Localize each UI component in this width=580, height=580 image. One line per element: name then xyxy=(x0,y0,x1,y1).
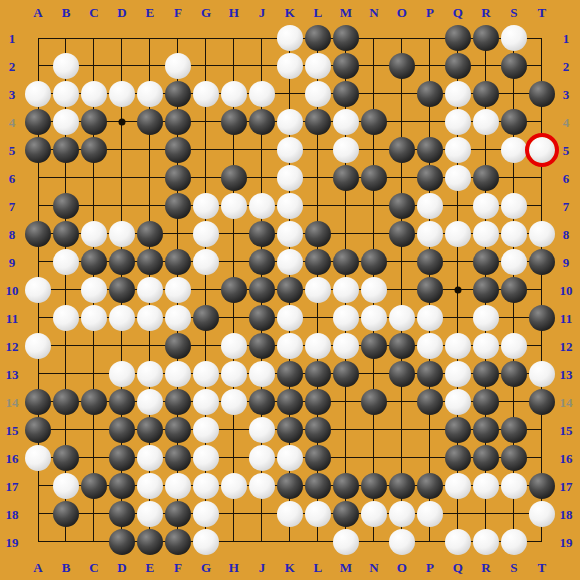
intersection-S10[interactable] xyxy=(500,276,528,304)
intersection-M8[interactable] xyxy=(332,220,360,248)
intersection-B17[interactable] xyxy=(52,472,80,500)
intersection-P12[interactable] xyxy=(416,332,444,360)
intersection-M18[interactable] xyxy=(332,500,360,528)
intersection-O1[interactable] xyxy=(388,24,416,52)
intersection-G17[interactable] xyxy=(192,472,220,500)
intersection-P10[interactable] xyxy=(416,276,444,304)
intersection-B9[interactable] xyxy=(52,248,80,276)
intersection-D3[interactable] xyxy=(108,80,136,108)
intersection-T9[interactable] xyxy=(528,248,556,276)
intersection-D2[interactable] xyxy=(108,52,136,80)
intersection-F9[interactable] xyxy=(164,248,192,276)
intersection-K8[interactable] xyxy=(276,220,304,248)
intersection-Q17[interactable] xyxy=(444,472,472,500)
intersection-C5[interactable] xyxy=(80,136,108,164)
intersection-G13[interactable] xyxy=(192,360,220,388)
intersection-G7[interactable] xyxy=(192,192,220,220)
intersection-S12[interactable] xyxy=(500,332,528,360)
intersection-B16[interactable] xyxy=(52,444,80,472)
intersection-K10[interactable] xyxy=(276,276,304,304)
intersection-B6[interactable] xyxy=(52,164,80,192)
intersection-K18[interactable] xyxy=(276,500,304,528)
intersection-S18[interactable] xyxy=(500,500,528,528)
intersection-Q3[interactable] xyxy=(444,80,472,108)
intersection-R18[interactable] xyxy=(472,500,500,528)
intersection-F4[interactable] xyxy=(164,108,192,136)
intersection-R4[interactable] xyxy=(472,108,500,136)
intersection-E11[interactable] xyxy=(136,304,164,332)
intersection-E10[interactable] xyxy=(136,276,164,304)
intersection-Q7[interactable] xyxy=(444,192,472,220)
intersection-T2[interactable] xyxy=(528,52,556,80)
intersection-N4[interactable] xyxy=(360,108,388,136)
intersection-D5[interactable] xyxy=(108,136,136,164)
intersection-A3[interactable] xyxy=(24,80,52,108)
intersection-B13[interactable] xyxy=(52,360,80,388)
intersection-N11[interactable] xyxy=(360,304,388,332)
intersection-A15[interactable] xyxy=(24,416,52,444)
intersection-G8[interactable] xyxy=(192,220,220,248)
intersection-N6[interactable] xyxy=(360,164,388,192)
intersection-P18[interactable] xyxy=(416,500,444,528)
intersection-Q11[interactable] xyxy=(444,304,472,332)
intersection-L11[interactable] xyxy=(304,304,332,332)
intersection-B10[interactable] xyxy=(52,276,80,304)
intersection-J6[interactable] xyxy=(248,164,276,192)
intersection-D6[interactable] xyxy=(108,164,136,192)
intersection-N1[interactable] xyxy=(360,24,388,52)
intersection-M15[interactable] xyxy=(332,416,360,444)
intersection-H11[interactable] xyxy=(220,304,248,332)
intersection-N10[interactable] xyxy=(360,276,388,304)
intersection-D16[interactable] xyxy=(108,444,136,472)
intersection-O3[interactable] xyxy=(388,80,416,108)
intersection-L13[interactable] xyxy=(304,360,332,388)
intersection-D7[interactable] xyxy=(108,192,136,220)
intersection-N17[interactable] xyxy=(360,472,388,500)
intersection-F14[interactable] xyxy=(164,388,192,416)
intersection-K2[interactable] xyxy=(276,52,304,80)
intersection-G16[interactable] xyxy=(192,444,220,472)
intersection-R16[interactable] xyxy=(472,444,500,472)
intersection-G14[interactable] xyxy=(192,388,220,416)
intersection-H18[interactable] xyxy=(220,500,248,528)
intersection-H5[interactable] xyxy=(220,136,248,164)
intersection-J1[interactable] xyxy=(248,24,276,52)
intersection-G12[interactable] xyxy=(192,332,220,360)
intersection-N2[interactable] xyxy=(360,52,388,80)
intersection-Q12[interactable] xyxy=(444,332,472,360)
intersection-M19[interactable] xyxy=(332,528,360,556)
intersection-G19[interactable] xyxy=(192,528,220,556)
intersection-O2[interactable] xyxy=(388,52,416,80)
intersection-R15[interactable] xyxy=(472,416,500,444)
intersection-C10[interactable] xyxy=(80,276,108,304)
intersection-L10[interactable] xyxy=(304,276,332,304)
intersection-J4[interactable] xyxy=(248,108,276,136)
intersection-C12[interactable] xyxy=(80,332,108,360)
intersection-H19[interactable] xyxy=(220,528,248,556)
intersection-N7[interactable] xyxy=(360,192,388,220)
intersection-O15[interactable] xyxy=(388,416,416,444)
intersection-H4[interactable] xyxy=(220,108,248,136)
intersection-R19[interactable] xyxy=(472,528,500,556)
intersection-M16[interactable] xyxy=(332,444,360,472)
intersection-E12[interactable] xyxy=(136,332,164,360)
intersection-F13[interactable] xyxy=(164,360,192,388)
intersection-B12[interactable] xyxy=(52,332,80,360)
intersection-P2[interactable] xyxy=(416,52,444,80)
intersection-C11[interactable] xyxy=(80,304,108,332)
intersection-T16[interactable] xyxy=(528,444,556,472)
intersection-D17[interactable] xyxy=(108,472,136,500)
intersection-A18[interactable] xyxy=(24,500,52,528)
intersection-H10[interactable] xyxy=(220,276,248,304)
intersection-R10[interactable] xyxy=(472,276,500,304)
intersection-Q19[interactable] xyxy=(444,528,472,556)
intersection-E19[interactable] xyxy=(136,528,164,556)
intersection-H14[interactable] xyxy=(220,388,248,416)
intersection-S7[interactable] xyxy=(500,192,528,220)
intersection-R14[interactable] xyxy=(472,388,500,416)
intersection-B8[interactable] xyxy=(52,220,80,248)
intersection-B1[interactable] xyxy=(52,24,80,52)
intersection-E6[interactable] xyxy=(136,164,164,192)
intersection-L3[interactable] xyxy=(304,80,332,108)
intersection-K19[interactable] xyxy=(276,528,304,556)
intersection-E2[interactable] xyxy=(136,52,164,80)
intersection-A2[interactable] xyxy=(24,52,52,80)
intersection-O12[interactable] xyxy=(388,332,416,360)
intersection-S15[interactable] xyxy=(500,416,528,444)
intersection-K5[interactable] xyxy=(276,136,304,164)
intersection-H7[interactable] xyxy=(220,192,248,220)
intersection-S17[interactable] xyxy=(500,472,528,500)
intersection-O10[interactable] xyxy=(388,276,416,304)
intersection-B3[interactable] xyxy=(52,80,80,108)
intersection-G18[interactable] xyxy=(192,500,220,528)
intersection-J15[interactable] xyxy=(248,416,276,444)
intersection-F10[interactable] xyxy=(164,276,192,304)
intersection-M3[interactable] xyxy=(332,80,360,108)
intersection-O17[interactable] xyxy=(388,472,416,500)
intersection-R3[interactable] xyxy=(472,80,500,108)
intersection-A4[interactable] xyxy=(24,108,52,136)
intersection-M4[interactable] xyxy=(332,108,360,136)
intersection-O5[interactable] xyxy=(388,136,416,164)
intersection-P15[interactable] xyxy=(416,416,444,444)
intersection-T7[interactable] xyxy=(528,192,556,220)
intersection-K13[interactable] xyxy=(276,360,304,388)
intersection-N13[interactable] xyxy=(360,360,388,388)
intersection-J7[interactable] xyxy=(248,192,276,220)
intersection-S6[interactable] xyxy=(500,164,528,192)
intersection-L6[interactable] xyxy=(304,164,332,192)
intersection-G15[interactable] xyxy=(192,416,220,444)
intersection-M1[interactable] xyxy=(332,24,360,52)
intersection-S13[interactable] xyxy=(500,360,528,388)
intersection-T1[interactable] xyxy=(528,24,556,52)
intersection-S9[interactable] xyxy=(500,248,528,276)
intersection-A6[interactable] xyxy=(24,164,52,192)
intersection-C1[interactable] xyxy=(80,24,108,52)
intersection-K6[interactable] xyxy=(276,164,304,192)
intersection-A14[interactable] xyxy=(24,388,52,416)
intersection-P19[interactable] xyxy=(416,528,444,556)
intersection-N14[interactable] xyxy=(360,388,388,416)
intersection-O13[interactable] xyxy=(388,360,416,388)
intersection-A1[interactable] xyxy=(24,24,52,52)
intersection-S8[interactable] xyxy=(500,220,528,248)
intersection-N9[interactable] xyxy=(360,248,388,276)
intersection-L8[interactable] xyxy=(304,220,332,248)
intersection-H16[interactable] xyxy=(220,444,248,472)
intersection-S5[interactable] xyxy=(500,136,528,164)
intersection-F1[interactable] xyxy=(164,24,192,52)
intersection-B4[interactable] xyxy=(52,108,80,136)
intersection-Q15[interactable] xyxy=(444,416,472,444)
intersection-J13[interactable] xyxy=(248,360,276,388)
intersection-A19[interactable] xyxy=(24,528,52,556)
intersection-K3[interactable] xyxy=(276,80,304,108)
intersection-C8[interactable] xyxy=(80,220,108,248)
intersection-J11[interactable] xyxy=(248,304,276,332)
intersection-A8[interactable] xyxy=(24,220,52,248)
intersection-S19[interactable] xyxy=(500,528,528,556)
intersection-F16[interactable] xyxy=(164,444,192,472)
intersection-M17[interactable] xyxy=(332,472,360,500)
intersection-T12[interactable] xyxy=(528,332,556,360)
intersection-P16[interactable] xyxy=(416,444,444,472)
intersection-T4[interactable] xyxy=(528,108,556,136)
intersection-G9[interactable] xyxy=(192,248,220,276)
intersection-E1[interactable] xyxy=(136,24,164,52)
intersection-K12[interactable] xyxy=(276,332,304,360)
intersection-Q16[interactable] xyxy=(444,444,472,472)
intersection-M9[interactable] xyxy=(332,248,360,276)
intersection-O4[interactable] xyxy=(388,108,416,136)
intersection-T15[interactable] xyxy=(528,416,556,444)
intersection-D19[interactable] xyxy=(108,528,136,556)
intersection-B11[interactable] xyxy=(52,304,80,332)
intersection-O11[interactable] xyxy=(388,304,416,332)
intersection-O8[interactable] xyxy=(388,220,416,248)
intersection-R12[interactable] xyxy=(472,332,500,360)
intersection-O18[interactable] xyxy=(388,500,416,528)
intersection-C7[interactable] xyxy=(80,192,108,220)
intersection-A17[interactable] xyxy=(24,472,52,500)
intersection-N5[interactable] xyxy=(360,136,388,164)
intersection-P17[interactable] xyxy=(416,472,444,500)
intersection-A16[interactable] xyxy=(24,444,52,472)
intersection-B18[interactable] xyxy=(52,500,80,528)
intersection-N3[interactable] xyxy=(360,80,388,108)
intersection-B2[interactable] xyxy=(52,52,80,80)
intersection-P6[interactable] xyxy=(416,164,444,192)
intersection-J18[interactable] xyxy=(248,500,276,528)
intersection-P8[interactable] xyxy=(416,220,444,248)
intersection-K11[interactable] xyxy=(276,304,304,332)
intersection-D4[interactable] xyxy=(108,108,136,136)
intersection-S2[interactable] xyxy=(500,52,528,80)
intersection-E15[interactable] xyxy=(136,416,164,444)
intersection-A12[interactable] xyxy=(24,332,52,360)
intersection-E7[interactable] xyxy=(136,192,164,220)
intersection-C19[interactable] xyxy=(80,528,108,556)
intersection-P3[interactable] xyxy=(416,80,444,108)
intersection-F3[interactable] xyxy=(164,80,192,108)
intersection-P11[interactable] xyxy=(416,304,444,332)
intersection-T14[interactable] xyxy=(528,388,556,416)
intersection-G4[interactable] xyxy=(192,108,220,136)
intersection-L9[interactable] xyxy=(304,248,332,276)
intersection-K16[interactable] xyxy=(276,444,304,472)
intersection-L4[interactable] xyxy=(304,108,332,136)
intersection-D8[interactable] xyxy=(108,220,136,248)
intersection-B15[interactable] xyxy=(52,416,80,444)
intersection-T5[interactable] xyxy=(528,136,556,164)
intersection-E14[interactable] xyxy=(136,388,164,416)
intersection-D9[interactable] xyxy=(108,248,136,276)
intersection-K1[interactable] xyxy=(276,24,304,52)
intersection-M11[interactable] xyxy=(332,304,360,332)
intersection-C4[interactable] xyxy=(80,108,108,136)
intersection-P7[interactable] xyxy=(416,192,444,220)
intersection-G10[interactable] xyxy=(192,276,220,304)
intersection-Q13[interactable] xyxy=(444,360,472,388)
intersection-N19[interactable] xyxy=(360,528,388,556)
intersection-R11[interactable] xyxy=(472,304,500,332)
intersection-H15[interactable] xyxy=(220,416,248,444)
intersection-K15[interactable] xyxy=(276,416,304,444)
intersection-Q5[interactable] xyxy=(444,136,472,164)
intersection-T11[interactable] xyxy=(528,304,556,332)
intersection-G2[interactable] xyxy=(192,52,220,80)
intersection-C15[interactable] xyxy=(80,416,108,444)
intersection-M14[interactable] xyxy=(332,388,360,416)
intersection-T18[interactable] xyxy=(528,500,556,528)
intersection-R2[interactable] xyxy=(472,52,500,80)
intersection-Q18[interactable] xyxy=(444,500,472,528)
intersection-F2[interactable] xyxy=(164,52,192,80)
intersection-D13[interactable] xyxy=(108,360,136,388)
intersection-G5[interactable] xyxy=(192,136,220,164)
intersection-M5[interactable] xyxy=(332,136,360,164)
intersection-H13[interactable] xyxy=(220,360,248,388)
intersection-E5[interactable] xyxy=(136,136,164,164)
intersection-J2[interactable] xyxy=(248,52,276,80)
intersection-K14[interactable] xyxy=(276,388,304,416)
intersection-T6[interactable] xyxy=(528,164,556,192)
intersection-H6[interactable] xyxy=(220,164,248,192)
intersection-D12[interactable] xyxy=(108,332,136,360)
intersection-L15[interactable] xyxy=(304,416,332,444)
intersection-T3[interactable] xyxy=(528,80,556,108)
intersection-D15[interactable] xyxy=(108,416,136,444)
intersection-G1[interactable] xyxy=(192,24,220,52)
intersection-O6[interactable] xyxy=(388,164,416,192)
intersection-T8[interactable] xyxy=(528,220,556,248)
intersection-S4[interactable] xyxy=(500,108,528,136)
intersection-F15[interactable] xyxy=(164,416,192,444)
intersection-C13[interactable] xyxy=(80,360,108,388)
intersection-R8[interactable] xyxy=(472,220,500,248)
intersection-F19[interactable] xyxy=(164,528,192,556)
intersection-O16[interactable] xyxy=(388,444,416,472)
intersection-L5[interactable] xyxy=(304,136,332,164)
intersection-C9[interactable] xyxy=(80,248,108,276)
intersection-J10[interactable] xyxy=(248,276,276,304)
intersection-R17[interactable] xyxy=(472,472,500,500)
intersection-M7[interactable] xyxy=(332,192,360,220)
intersection-L19[interactable] xyxy=(304,528,332,556)
intersection-S14[interactable] xyxy=(500,388,528,416)
intersection-F6[interactable] xyxy=(164,164,192,192)
intersection-F7[interactable] xyxy=(164,192,192,220)
intersection-D11[interactable] xyxy=(108,304,136,332)
intersection-M6[interactable] xyxy=(332,164,360,192)
intersection-E4[interactable] xyxy=(136,108,164,136)
intersection-B19[interactable] xyxy=(52,528,80,556)
intersection-T13[interactable] xyxy=(528,360,556,388)
intersection-E16[interactable] xyxy=(136,444,164,472)
intersection-H12[interactable] xyxy=(220,332,248,360)
intersection-Q10[interactable] xyxy=(444,276,472,304)
intersection-B7[interactable] xyxy=(52,192,80,220)
intersection-G11[interactable] xyxy=(192,304,220,332)
intersection-E3[interactable] xyxy=(136,80,164,108)
intersection-O9[interactable] xyxy=(388,248,416,276)
intersection-F17[interactable] xyxy=(164,472,192,500)
intersection-S16[interactable] xyxy=(500,444,528,472)
intersection-Q14[interactable] xyxy=(444,388,472,416)
intersection-D18[interactable] xyxy=(108,500,136,528)
intersection-P14[interactable] xyxy=(416,388,444,416)
intersection-Q1[interactable] xyxy=(444,24,472,52)
intersection-L2[interactable] xyxy=(304,52,332,80)
intersection-A9[interactable] xyxy=(24,248,52,276)
intersection-H2[interactable] xyxy=(220,52,248,80)
intersection-S1[interactable] xyxy=(500,24,528,52)
intersection-J12[interactable] xyxy=(248,332,276,360)
intersection-R13[interactable] xyxy=(472,360,500,388)
intersection-J17[interactable] xyxy=(248,472,276,500)
intersection-T17[interactable] xyxy=(528,472,556,500)
intersection-L14[interactable] xyxy=(304,388,332,416)
intersection-H17[interactable] xyxy=(220,472,248,500)
intersection-P1[interactable] xyxy=(416,24,444,52)
intersection-L16[interactable] xyxy=(304,444,332,472)
intersection-B14[interactable] xyxy=(52,388,80,416)
intersection-K9[interactable] xyxy=(276,248,304,276)
intersection-M13[interactable] xyxy=(332,360,360,388)
intersection-J3[interactable] xyxy=(248,80,276,108)
intersection-S11[interactable] xyxy=(500,304,528,332)
intersection-L18[interactable] xyxy=(304,500,332,528)
intersection-G6[interactable] xyxy=(192,164,220,192)
intersection-K7[interactable] xyxy=(276,192,304,220)
intersection-O14[interactable] xyxy=(388,388,416,416)
intersection-C2[interactable] xyxy=(80,52,108,80)
intersection-C14[interactable] xyxy=(80,388,108,416)
intersection-H3[interactable] xyxy=(220,80,248,108)
intersection-F12[interactable] xyxy=(164,332,192,360)
intersection-K17[interactable] xyxy=(276,472,304,500)
intersection-E8[interactable] xyxy=(136,220,164,248)
intersection-Q6[interactable] xyxy=(444,164,472,192)
intersection-J5[interactable] xyxy=(248,136,276,164)
intersection-F5[interactable] xyxy=(164,136,192,164)
